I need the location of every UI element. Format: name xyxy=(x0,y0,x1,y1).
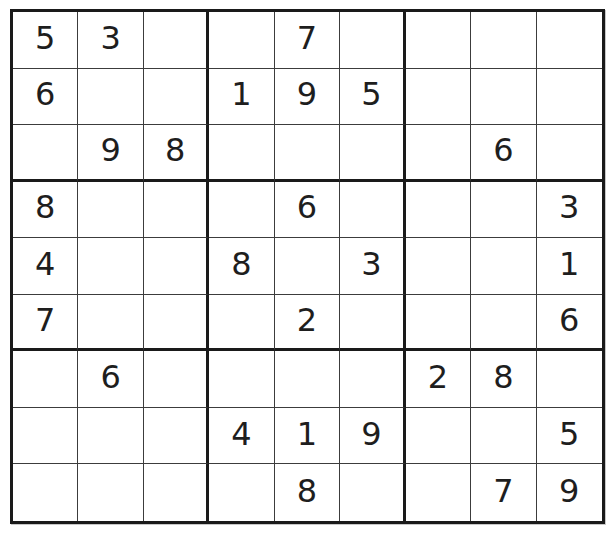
cell-r5c3[interactable] xyxy=(144,238,209,295)
cell-r5c6[interactable]: 3 xyxy=(340,238,405,295)
given-digit: 3 xyxy=(559,191,579,223)
given-digit: 5 xyxy=(559,418,579,450)
given-digit: 1 xyxy=(559,248,579,280)
cell-r1c7[interactable] xyxy=(406,12,471,69)
cell-r1c5[interactable]: 7 xyxy=(275,12,340,69)
cell-r5c4[interactable]: 8 xyxy=(209,238,274,295)
cell-r8c2[interactable] xyxy=(78,408,143,465)
cell-r1c3[interactable] xyxy=(144,12,209,69)
cell-r4c5[interactable]: 6 xyxy=(275,182,340,239)
given-digit: 8 xyxy=(165,134,185,166)
cell-r1c9[interactable] xyxy=(537,12,602,69)
cell-r8c1[interactable] xyxy=(13,408,78,465)
given-digit: 6 xyxy=(493,134,513,166)
cell-r8c5[interactable]: 1 xyxy=(275,408,340,465)
given-digit: 5 xyxy=(35,22,55,54)
cell-r6c2[interactable] xyxy=(78,295,143,352)
cell-r6c5[interactable]: 2 xyxy=(275,295,340,352)
cell-r2c5[interactable]: 9 xyxy=(275,69,340,126)
cell-r2c1[interactable]: 6 xyxy=(13,69,78,126)
cell-r9c5[interactable]: 8 xyxy=(275,464,340,521)
cell-r4c2[interactable] xyxy=(78,182,143,239)
given-digit: 8 xyxy=(493,361,513,393)
cell-r6c3[interactable] xyxy=(144,295,209,352)
given-digit: 3 xyxy=(100,22,120,54)
cell-r3c2[interactable]: 9 xyxy=(78,125,143,182)
cell-r3c8[interactable]: 6 xyxy=(471,125,536,182)
cell-r6c1[interactable]: 7 xyxy=(13,295,78,352)
cell-r5c7[interactable] xyxy=(406,238,471,295)
cell-r7c4[interactable] xyxy=(209,351,274,408)
cell-r6c9[interactable]: 6 xyxy=(537,295,602,352)
cell-r4c3[interactable] xyxy=(144,182,209,239)
given-digit: 6 xyxy=(35,78,55,110)
cell-r5c1[interactable]: 4 xyxy=(13,238,78,295)
cell-r2c2[interactable] xyxy=(78,69,143,126)
given-digit: 2 xyxy=(428,361,448,393)
cell-r9c8[interactable]: 7 xyxy=(471,464,536,521)
cell-r8c4[interactable]: 4 xyxy=(209,408,274,465)
sudoku-board: 537619598686348317266284195879 xyxy=(10,9,605,524)
cell-r2c3[interactable] xyxy=(144,69,209,126)
cell-r7c6[interactable] xyxy=(340,351,405,408)
cell-r7c9[interactable] xyxy=(537,351,602,408)
cell-r6c4[interactable] xyxy=(209,295,274,352)
cell-r4c1[interactable]: 8 xyxy=(13,182,78,239)
given-digit: 9 xyxy=(559,475,579,507)
cell-r4c4[interactable] xyxy=(209,182,274,239)
cell-r3c4[interactable] xyxy=(209,125,274,182)
given-digit: 9 xyxy=(297,78,317,110)
cell-r8c3[interactable] xyxy=(144,408,209,465)
cell-r9c2[interactable] xyxy=(78,464,143,521)
cell-r3c5[interactable] xyxy=(275,125,340,182)
cell-r4c8[interactable] xyxy=(471,182,536,239)
cell-r5c2[interactable] xyxy=(78,238,143,295)
cell-r4c6[interactable] xyxy=(340,182,405,239)
cell-r3c7[interactable] xyxy=(406,125,471,182)
given-digit: 7 xyxy=(493,475,513,507)
cell-r3c9[interactable] xyxy=(537,125,602,182)
cell-r9c7[interactable] xyxy=(406,464,471,521)
given-digit: 9 xyxy=(361,418,381,450)
cell-r5c9[interactable]: 1 xyxy=(537,238,602,295)
cell-r2c9[interactable] xyxy=(537,69,602,126)
given-digit: 6 xyxy=(100,361,120,393)
cell-r8c9[interactable]: 5 xyxy=(537,408,602,465)
cell-r9c4[interactable] xyxy=(209,464,274,521)
cell-r9c9[interactable]: 9 xyxy=(537,464,602,521)
cell-r2c6[interactable]: 5 xyxy=(340,69,405,126)
cell-r7c2[interactable]: 6 xyxy=(78,351,143,408)
cell-r1c1[interactable]: 5 xyxy=(13,12,78,69)
cell-r3c1[interactable] xyxy=(13,125,78,182)
given-digit: 7 xyxy=(297,22,317,54)
given-digit: 5 xyxy=(361,78,381,110)
cell-r1c8[interactable] xyxy=(471,12,536,69)
cell-r7c3[interactable] xyxy=(144,351,209,408)
cell-r4c7[interactable] xyxy=(406,182,471,239)
cell-r4c9[interactable]: 3 xyxy=(537,182,602,239)
given-digit: 6 xyxy=(297,191,317,223)
cell-r6c7[interactable] xyxy=(406,295,471,352)
cell-r7c7[interactable]: 2 xyxy=(406,351,471,408)
cell-r9c1[interactable] xyxy=(13,464,78,521)
cell-r2c8[interactable] xyxy=(471,69,536,126)
cell-r9c3[interactable] xyxy=(144,464,209,521)
given-digit: 7 xyxy=(35,304,55,336)
cell-r2c4[interactable]: 1 xyxy=(209,69,274,126)
cell-r8c6[interactable]: 9 xyxy=(340,408,405,465)
cell-r5c5[interactable] xyxy=(275,238,340,295)
sudoku-page: 537619598686348317266284195879 xyxy=(0,0,615,535)
cell-r8c8[interactable] xyxy=(471,408,536,465)
given-digit: 8 xyxy=(35,191,55,223)
given-digit: 8 xyxy=(297,475,317,507)
given-digit: 4 xyxy=(35,248,55,280)
cell-r7c8[interactable]: 8 xyxy=(471,351,536,408)
cell-r1c6[interactable] xyxy=(340,12,405,69)
given-digit: 6 xyxy=(559,304,579,336)
cell-r2c7[interactable] xyxy=(406,69,471,126)
cell-r5c8[interactable] xyxy=(471,238,536,295)
given-digit: 4 xyxy=(231,418,251,450)
given-digit: 9 xyxy=(100,134,120,166)
cell-r8c7[interactable] xyxy=(406,408,471,465)
cell-r6c6[interactable] xyxy=(340,295,405,352)
given-digit: 8 xyxy=(231,248,251,280)
cell-r7c5[interactable] xyxy=(275,351,340,408)
cell-r1c2[interactable]: 3 xyxy=(78,12,143,69)
cell-r9c6[interactable] xyxy=(340,464,405,521)
cell-r1c4[interactable] xyxy=(209,12,274,69)
given-digit: 2 xyxy=(297,304,317,336)
cell-r7c1[interactable] xyxy=(13,351,78,408)
cell-r3c3[interactable]: 8 xyxy=(144,125,209,182)
given-digit: 1 xyxy=(231,78,251,110)
cell-r6c8[interactable] xyxy=(471,295,536,352)
given-digit: 1 xyxy=(297,418,317,450)
given-digit: 3 xyxy=(361,248,381,280)
cell-r3c6[interactable] xyxy=(340,125,405,182)
